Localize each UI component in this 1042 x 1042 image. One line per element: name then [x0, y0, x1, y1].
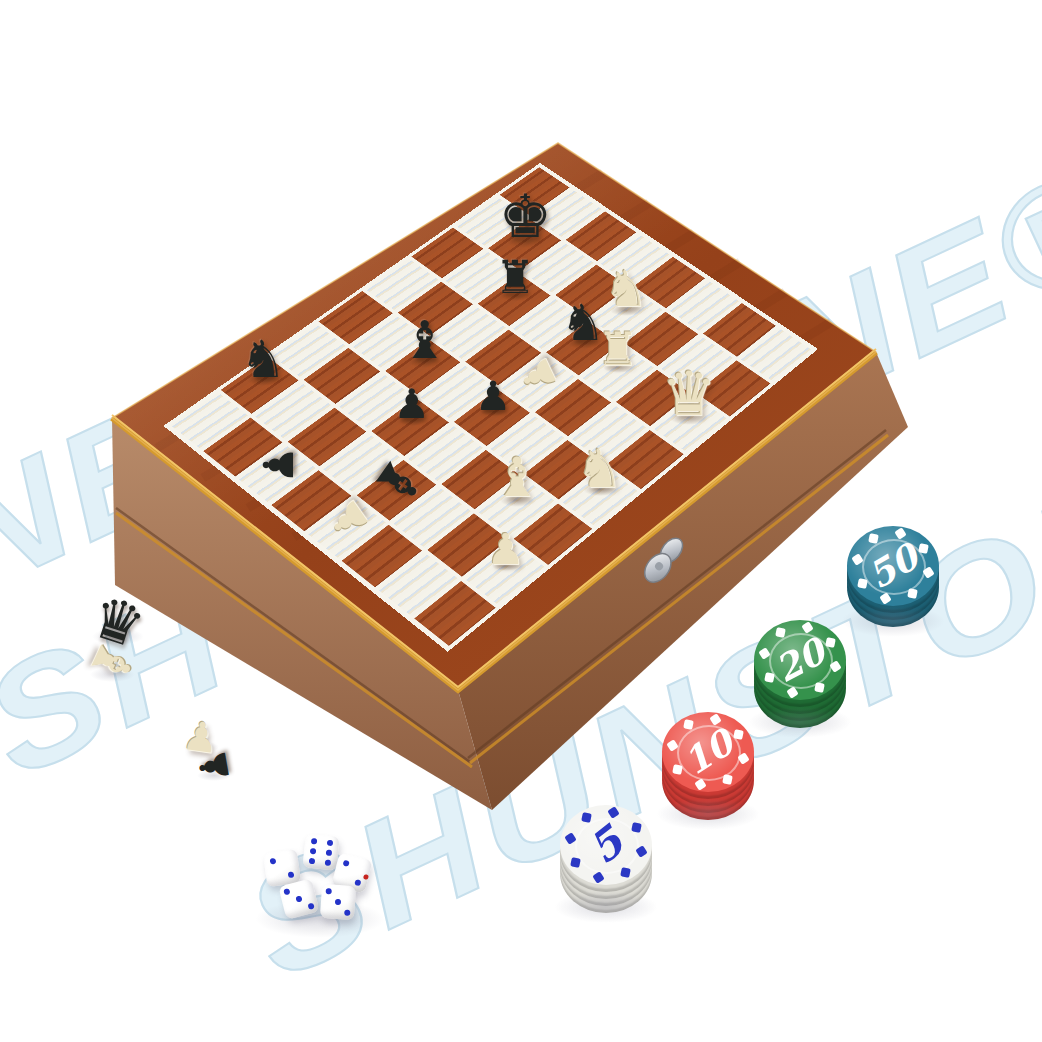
fallen-black-pawn[interactable]: ♟ — [192, 746, 235, 786]
chip-shadow — [841, 605, 945, 637]
chip-shadow — [554, 891, 658, 923]
die-pip — [354, 879, 361, 886]
die-5-showing-3[interactable] — [320, 884, 356, 920]
die-pip — [287, 871, 294, 878]
die-pip — [270, 858, 277, 865]
die-pip — [335, 899, 341, 905]
die-pip — [324, 859, 331, 866]
die-pip — [325, 850, 332, 857]
black-pawn-e4[interactable]: ♟ — [475, 375, 511, 415]
die-pip — [309, 857, 316, 864]
product-photo-scene: SHUNSTONE®SHUNSTONE®SHUNSTONE® — [0, 0, 1042, 1042]
die-pip — [284, 888, 291, 895]
black-king-b7[interactable]: ♚ — [499, 187, 553, 247]
black-knight-a2[interactable]: ♞ — [240, 334, 286, 385]
die-pip — [310, 848, 317, 855]
white-pawn-h2[interactable]: ♟ — [486, 527, 524, 570]
poker-chip-stack-5[interactable]: 5 — [560, 805, 652, 921]
white-knight-h4[interactable]: ♞ — [576, 442, 623, 495]
black-pawn-c1[interactable]: ♟ — [260, 447, 301, 484]
die-pip — [295, 895, 302, 902]
die-pip — [311, 838, 318, 845]
white-queen-h6[interactable]: ♛ — [662, 363, 717, 424]
die-pip — [343, 860, 350, 867]
die-pip — [344, 909, 350, 915]
poker-chip-stack-10[interactable]: 10 — [662, 712, 754, 828]
white-bishop-g3[interactable]: ♝ — [493, 451, 541, 505]
poker-chip-stack-50[interactable]: 50 — [847, 526, 939, 642]
poker-chip-stack-20[interactable]: 20 — [754, 620, 846, 736]
white-knight-e7[interactable]: ♞ — [604, 266, 648, 315]
chip-shadow — [656, 798, 760, 830]
die-pip — [326, 840, 333, 847]
die-pip — [326, 889, 332, 895]
black-bishop-c4[interactable]: ♝ — [402, 315, 448, 367]
die-pip — [307, 902, 314, 909]
black-pawn-d3[interactable]: ♟ — [394, 385, 430, 426]
black-rook-c6[interactable]: ♜ — [495, 255, 535, 300]
white-rook-f6[interactable]: ♜ — [597, 326, 638, 372]
die-2-showing-6[interactable] — [302, 833, 339, 870]
chip-shadow — [748, 706, 852, 738]
